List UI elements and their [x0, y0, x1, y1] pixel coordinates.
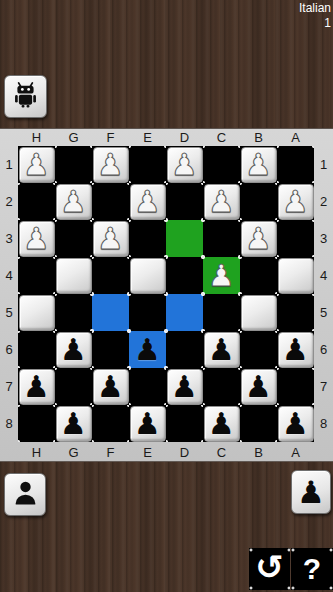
light-square-tile	[93, 369, 129, 405]
file-label-a: A	[277, 129, 314, 146]
robot-icon	[12, 81, 39, 112]
square-a7[interactable]	[277, 368, 314, 405]
square-f1[interactable]: ♟	[92, 146, 129, 183]
light-square-tile	[167, 369, 203, 405]
square-e7[interactable]	[129, 368, 166, 405]
square-e4[interactable]	[129, 257, 166, 294]
square-a2[interactable]: ♟	[277, 183, 314, 220]
square-e1[interactable]	[129, 146, 166, 183]
rank-labels-right: 12345678	[314, 146, 333, 442]
rank-label-7: 7	[0, 368, 18, 405]
square-a6[interactable]: ♟	[277, 331, 314, 368]
light-square-tile	[56, 332, 92, 368]
file-label-f: F	[92, 442, 129, 463]
file-label-a: A	[277, 442, 314, 463]
square-f2[interactable]	[92, 183, 129, 220]
light-square-tile	[241, 221, 277, 257]
file-label-g: G	[55, 129, 92, 146]
rank-label-1: 1	[314, 146, 333, 183]
square-g6[interactable]: ♟	[55, 331, 92, 368]
white-pawn: ♟	[203, 257, 240, 294]
light-square-tile	[278, 184, 314, 220]
square-c2[interactable]: ♟	[203, 183, 240, 220]
square-b7[interactable]: ♟	[240, 368, 277, 405]
file-label-c: C	[203, 442, 240, 463]
file-label-d: D	[166, 129, 203, 146]
app-screen: Italian 1 HGFEDCBA HGF	[0, 0, 333, 592]
square-c4[interactable]: ♟	[203, 257, 240, 294]
square-a4[interactable]	[277, 257, 314, 294]
file-label-e: E	[129, 129, 166, 146]
move-counter: 1	[299, 16, 331, 31]
rank-label-8: 8	[0, 405, 18, 442]
light-square-tile	[56, 184, 92, 220]
light-square-tile	[278, 332, 314, 368]
square-e5[interactable]	[129, 294, 166, 331]
square-d7[interactable]: ♟	[166, 368, 203, 405]
square-g4[interactable]	[55, 257, 92, 294]
square-b3[interactable]: ♟	[240, 220, 277, 257]
square-d6[interactable]	[166, 331, 203, 368]
square-b2[interactable]	[240, 183, 277, 220]
rank-label-6: 6	[0, 331, 18, 368]
rank-label-1: 1	[0, 146, 18, 183]
rank-label-4: 4	[0, 257, 18, 294]
square-h6[interactable]	[18, 331, 55, 368]
square-e6[interactable]: ♟	[129, 331, 166, 368]
light-square-tile	[278, 258, 314, 294]
square-b5[interactable]	[240, 294, 277, 331]
square-f6[interactable]	[92, 331, 129, 368]
light-square-tile	[19, 295, 55, 331]
light-square-tile	[204, 406, 240, 442]
square-c7[interactable]	[203, 368, 240, 405]
rank-label-8: 8	[314, 405, 333, 442]
square-c1[interactable]	[203, 146, 240, 183]
square-d5[interactable]	[166, 294, 203, 331]
file-labels-top: HGFEDCBA	[18, 129, 314, 146]
square-e8[interactable]: ♟	[129, 405, 166, 442]
square-a1[interactable]	[277, 146, 314, 183]
help-button[interactable]: ?	[291, 548, 333, 590]
human-player-button[interactable]	[4, 473, 46, 516]
file-label-c: C	[203, 129, 240, 146]
file-label-b: B	[240, 129, 277, 146]
status-text: Italian 1	[299, 1, 331, 31]
light-square-tile	[241, 295, 277, 331]
light-square-tile	[241, 369, 277, 405]
rank-label-2: 2	[0, 183, 18, 220]
square-b8[interactable]	[240, 405, 277, 442]
rank-label-2: 2	[314, 183, 333, 220]
square-g5[interactable]	[55, 294, 92, 331]
square-g7[interactable]	[55, 368, 92, 405]
square-g8[interactable]: ♟	[55, 405, 92, 442]
file-label-g: G	[55, 442, 92, 463]
file-label-e: E	[129, 442, 166, 463]
computer-opponent-button[interactable]	[4, 75, 47, 118]
square-d1[interactable]: ♟	[166, 146, 203, 183]
square-f3[interactable]: ♟	[92, 220, 129, 257]
light-square-tile	[19, 221, 55, 257]
undo-button[interactable]: ↺	[249, 548, 290, 590]
light-square-tile	[241, 147, 277, 183]
file-label-h: H	[18, 129, 55, 146]
rank-label-3: 3	[0, 220, 18, 257]
square-f7[interactable]: ♟	[92, 368, 129, 405]
square-c6[interactable]: ♟	[203, 331, 240, 368]
square-h5[interactable]	[18, 294, 55, 331]
square-c3[interactable]	[203, 220, 240, 257]
rank-label-3: 3	[314, 220, 333, 257]
square-h2[interactable]	[18, 183, 55, 220]
square-c8[interactable]: ♟	[203, 405, 240, 442]
rank-label-6: 6	[314, 331, 333, 368]
board-frame: HGFEDCBA HGFEDCBA 12345678 12345678 ♟♟♟♟…	[0, 128, 333, 462]
light-square-tile	[93, 221, 129, 257]
square-e3[interactable]	[129, 220, 166, 257]
square-b6[interactable]	[240, 331, 277, 368]
square-f5[interactable]	[92, 294, 129, 331]
square-f8[interactable]	[92, 405, 129, 442]
square-d3[interactable]	[166, 220, 203, 257]
question-icon: ?	[303, 552, 321, 586]
square-h3[interactable]: ♟	[18, 220, 55, 257]
light-square-tile	[19, 147, 55, 183]
square-a3[interactable]	[277, 220, 314, 257]
square-h7[interactable]: ♟	[18, 368, 55, 405]
square-c5[interactable]	[203, 294, 240, 331]
chess-board: ♟♟♟♟♟♟♟♟♟♟♟♟♟♟♟♟♟♟♟♟♟♟♟♟	[18, 146, 314, 442]
square-h1[interactable]: ♟	[18, 146, 55, 183]
rank-labels-left: 12345678	[0, 146, 18, 442]
light-square-tile	[167, 147, 203, 183]
light-square-tile	[130, 406, 166, 442]
light-square-tile	[278, 406, 314, 442]
file-label-h: H	[18, 442, 55, 463]
rank-label-4: 4	[314, 257, 333, 294]
square-g2[interactable]: ♟	[55, 183, 92, 220]
black-pawn: ♟	[129, 331, 166, 368]
opening-label: Italian	[299, 1, 331, 16]
rank-label-7: 7	[314, 368, 333, 405]
square-b1[interactable]: ♟	[240, 146, 277, 183]
light-square-tile	[130, 184, 166, 220]
square-b4[interactable]	[240, 257, 277, 294]
file-label-f: F	[92, 129, 129, 146]
light-square-tile	[56, 258, 92, 294]
square-f4[interactable]	[92, 257, 129, 294]
square-g3[interactable]	[55, 220, 92, 257]
rank-label-5: 5	[314, 294, 333, 331]
black-pawn-icon: ♟	[297, 470, 325, 514]
square-d2[interactable]	[166, 183, 203, 220]
black-pawn-tray-button[interactable]: ♟	[291, 470, 331, 514]
square-d8[interactable]	[166, 405, 203, 442]
person-icon	[11, 478, 40, 511]
square-e2[interactable]: ♟	[129, 183, 166, 220]
light-square-tile	[56, 406, 92, 442]
light-square-tile	[130, 258, 166, 294]
light-square-tile	[19, 369, 55, 405]
rank-label-5: 5	[0, 294, 18, 331]
square-a5[interactable]	[277, 294, 314, 331]
square-a8[interactable]: ♟	[277, 405, 314, 442]
file-label-b: B	[240, 442, 277, 463]
light-square-tile	[204, 332, 240, 368]
light-square-tile	[204, 184, 240, 220]
undo-icon: ↺	[255, 547, 284, 587]
file-labels-bottom: HGFEDCBA	[18, 442, 314, 463]
square-h4[interactable]	[18, 257, 55, 294]
file-label-d: D	[166, 442, 203, 463]
square-g1[interactable]	[55, 146, 92, 183]
square-d4[interactable]	[166, 257, 203, 294]
square-h8[interactable]	[18, 405, 55, 442]
light-square-tile	[93, 147, 129, 183]
